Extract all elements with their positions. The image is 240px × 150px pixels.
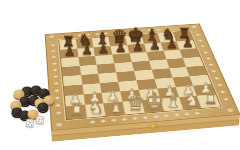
die-pip [38,120,40,122]
die-pip [28,123,30,125]
square-c1[interactable]: ♝ [104,102,126,116]
white-rook[interactable]: ♜ [204,91,219,107]
square-c6[interactable] [95,55,114,65]
product-photo: ◈ ◈ ◈ ◈ ◈ ◈ ◈ ◈ ◈ ◈ ◈ ◈ ◈ ◈ ◈ ◈ ◈ ◈ ◈ ◈ … [0,0,240,150]
square-a1[interactable]: ♜ [66,105,87,119]
square-h7[interactable]: ♟ [177,40,197,49]
die-pip [30,124,32,126]
floral-ornament: ✾ [191,25,198,29]
floral-ornament: ✾ [55,122,63,128]
white-queen[interactable]: ♛ [126,93,145,114]
white-knight[interactable]: ♞ [185,92,201,109]
white-bishop[interactable]: ♝ [107,97,124,116]
white-knight[interactable]: ♞ [89,99,105,117]
square-d6[interactable] [112,53,131,63]
black-pawn[interactable]: ♟ [98,43,109,56]
black-pawn[interactable]: ♟ [81,44,92,57]
die-red-pips[interactable] [35,115,44,124]
black-pawn[interactable]: ♟ [183,37,194,49]
square-b4[interactable] [81,74,101,85]
black-pawn[interactable]: ♟ [166,38,177,50]
die-pip [41,118,43,120]
square-b7[interactable]: ♟ [77,47,95,57]
black-checker[interactable] [38,103,49,112]
square-e7[interactable]: ♟ [127,44,146,54]
square-b5[interactable] [79,65,98,75]
square-f7[interactable]: ♟ [144,43,163,52]
floral-ornament: ✾ [226,108,235,114]
black-pawn[interactable]: ♟ [132,40,143,52]
black-pawn[interactable]: ♟ [64,45,75,58]
square-d7[interactable]: ♟ [111,45,130,55]
white-bishop[interactable]: ♝ [165,92,182,110]
clasp[interactable] [151,124,158,129]
floral-ornament: ✾ [48,35,55,39]
chess-board: ◈ ◈ ◈ ◈ ◈ ◈ ◈ ◈ ◈ ◈ ◈ ◈ ◈ ◈ ◈ ◈ ◈ ◈ ◈ ◈ … [45,24,240,131]
square-g7[interactable]: ♟ [160,42,179,51]
die-pip [40,121,42,123]
die-blue-pips[interactable] [25,118,34,127]
square-h4[interactable] [186,66,207,77]
square-g1[interactable]: ♞ [179,96,202,110]
white-king[interactable]: ♚ [145,90,165,112]
square-d1[interactable]: ♛ [123,100,145,114]
square-h1[interactable]: ♜ [197,94,220,108]
black-pawn[interactable]: ♟ [149,39,160,51]
square-a7[interactable]: ♟ [60,49,78,59]
black-pawn[interactable]: ♟ [115,41,126,54]
square-b1[interactable]: ♞ [85,103,106,117]
square-a5[interactable] [62,66,81,77]
die-pip [31,121,33,123]
white-rook[interactable]: ♜ [70,102,85,119]
